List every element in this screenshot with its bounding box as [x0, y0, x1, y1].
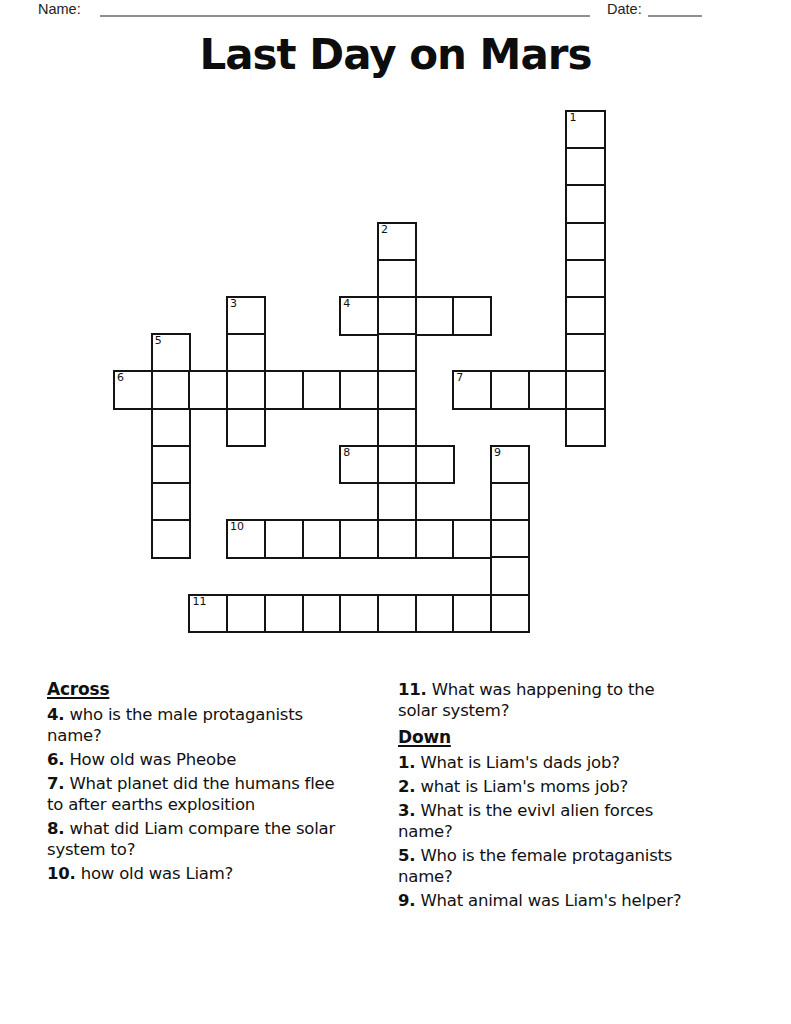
across-heading: Across	[47, 679, 337, 700]
clue-number: 1.	[398, 753, 415, 772]
grid-cell[interactable]	[565, 184, 605, 224]
date-label: Date:	[607, 1, 642, 17]
grid-cell[interactable]: 2	[377, 222, 417, 262]
name-label: Name:	[38, 1, 81, 17]
across-clues-column: Across4. who is the male protaganists na…	[47, 679, 337, 887]
date-input-line[interactable]	[648, 0, 702, 17]
clue-item: 5. Who is the female protaganists name?	[398, 845, 696, 887]
grid-cell[interactable]	[377, 333, 417, 373]
grid-cell[interactable]: 11	[188, 594, 228, 634]
grid-cell[interactable]: 5	[151, 333, 191, 373]
cell-number: 8	[343, 447, 350, 459]
cell-number: 7	[456, 372, 463, 384]
clue-number: 4.	[47, 705, 64, 724]
grid-cell[interactable]	[302, 370, 342, 410]
cell-number: 10	[230, 521, 244, 533]
clue-number: 5.	[398, 846, 415, 865]
grid-cell[interactable]	[415, 296, 455, 336]
grid-cell[interactable]: 8	[339, 445, 379, 485]
grid-cell[interactable]	[302, 519, 342, 559]
grid-cell[interactable]	[151, 482, 191, 522]
clue-item: 9. What animal was Liam's helper?	[398, 890, 696, 911]
name-input-line[interactable]	[100, 0, 590, 17]
grid-cell[interactable]	[565, 370, 605, 410]
grid-cell[interactable]: 4	[339, 296, 379, 336]
grid-cell[interactable]	[377, 408, 417, 448]
grid-cell[interactable]	[264, 519, 304, 559]
clue-item: 4. who is the male protaganists name?	[47, 704, 337, 746]
grid-cell[interactable]	[339, 594, 379, 634]
grid-cell[interactable]	[151, 445, 191, 485]
grid-cell[interactable]	[339, 370, 379, 410]
puzzle-title: Last Day on Mars	[0, 30, 791, 79]
grid-cell[interactable]	[226, 370, 266, 410]
grid-cell[interactable]	[151, 408, 191, 448]
cell-number: 3	[230, 298, 237, 310]
clue-number: 11.	[398, 680, 427, 699]
grid-cell[interactable]: 10	[226, 519, 266, 559]
grid-cell[interactable]	[565, 222, 605, 262]
crossword-grid: 1234567891011	[113, 110, 606, 634]
grid-cell[interactable]	[302, 594, 342, 634]
grid-cell[interactable]	[565, 333, 605, 373]
grid-cell[interactable]	[565, 408, 605, 448]
grid-cell[interactable]	[226, 594, 266, 634]
clue-number: 6.	[47, 750, 64, 769]
grid-cell[interactable]: 7	[452, 370, 492, 410]
grid-cell[interactable]	[565, 296, 605, 336]
clue-number: 7.	[47, 774, 64, 793]
cell-number: 1	[569, 112, 576, 124]
clue-item: 10. how old was Liam?	[47, 863, 337, 884]
clue-number: 10.	[47, 864, 76, 883]
clue-item: 11. What was happening to the solar syst…	[398, 679, 696, 721]
grid-cell[interactable]	[415, 445, 455, 485]
grid-cell[interactable]	[151, 370, 191, 410]
grid-cell[interactable]	[377, 519, 417, 559]
cell-number: 2	[381, 224, 388, 236]
clue-item: 7. What planet did the humans flee to af…	[47, 773, 337, 815]
cell-number: 5	[155, 335, 162, 347]
grid-cell[interactable]	[490, 556, 530, 596]
clue-number: 9.	[398, 891, 415, 910]
grid-cell[interactable]	[490, 519, 530, 559]
grid-cell[interactable]: 3	[226, 296, 266, 336]
clue-item: 8. what did Liam compare the solar syste…	[47, 818, 337, 860]
grid-cell[interactable]	[377, 296, 417, 336]
grid-cell[interactable]	[377, 259, 417, 299]
grid-cell[interactable]	[264, 370, 304, 410]
cell-number: 4	[343, 298, 350, 310]
down-heading: Down	[398, 727, 696, 748]
grid-cell[interactable]	[490, 370, 530, 410]
worksheet-page: Name: Date: Last Day on Mars 12345678910…	[0, 0, 791, 1024]
grid-cell[interactable]: 6	[113, 370, 153, 410]
grid-cell[interactable]: 9	[490, 445, 530, 485]
grid-cell[interactable]	[565, 147, 605, 187]
grid-cell[interactable]	[226, 408, 266, 448]
grid-cell[interactable]	[151, 519, 191, 559]
grid-cell[interactable]	[415, 519, 455, 559]
grid-cell[interactable]	[490, 482, 530, 522]
grid-cell[interactable]	[415, 594, 455, 634]
grid-cell[interactable]	[452, 594, 492, 634]
down-clues-column: 11. What was happening to the solar syst…	[398, 679, 696, 914]
clue-item: 2. what is Liam's moms job?	[398, 776, 696, 797]
grid-cell[interactable]	[377, 370, 417, 410]
grid-cell[interactable]	[264, 594, 304, 634]
grid-cell[interactable]: 1	[565, 110, 605, 150]
grid-cell[interactable]	[377, 594, 417, 634]
clue-item: 1. What is Liam's dads job?	[398, 752, 696, 773]
grid-cell[interactable]	[490, 594, 530, 634]
clue-item: 6. How old was Pheobe	[47, 749, 337, 770]
grid-cell[interactable]	[452, 519, 492, 559]
cell-number: 6	[117, 372, 124, 384]
clue-number: 8.	[47, 819, 64, 838]
header: Name: Date:	[0, 0, 791, 24]
cell-number: 11	[192, 596, 206, 608]
grid-cell[interactable]	[226, 333, 266, 373]
grid-cell[interactable]	[377, 445, 417, 485]
clue-number: 2.	[398, 777, 415, 796]
grid-cell[interactable]	[377, 482, 417, 522]
grid-cell[interactable]	[188, 370, 228, 410]
grid-cell[interactable]	[339, 519, 379, 559]
grid-cell[interactable]	[565, 259, 605, 299]
cell-number: 9	[494, 447, 501, 459]
clue-number: 3.	[398, 801, 415, 820]
clue-item: 3. What is the evivl alien forces name?	[398, 800, 696, 842]
grid-cell[interactable]	[528, 370, 568, 410]
grid-cell[interactable]	[452, 296, 492, 336]
